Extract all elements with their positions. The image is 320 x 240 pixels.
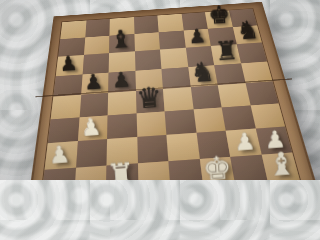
square-g7[interactable] xyxy=(208,27,237,46)
square-b7[interactable] xyxy=(84,35,110,55)
square-c7[interactable]: ♝ xyxy=(109,34,134,54)
square-a4[interactable] xyxy=(51,95,81,119)
black-pawn-b5: ♟ xyxy=(84,71,104,93)
square-e1[interactable] xyxy=(168,159,202,180)
square-h7[interactable]: ♞ xyxy=(232,25,261,44)
board-perspective-wrapper: ♚♝♟♞♟♜♟♟♞♛♟♟♟♟♜♚♝ xyxy=(0,0,320,180)
square-f7[interactable]: ♟ xyxy=(183,29,211,48)
square-g8[interactable]: ♚ xyxy=(205,11,232,29)
square-h2[interactable]: ♟ xyxy=(255,127,292,155)
white-pawn-b3: ♟ xyxy=(81,116,103,140)
white-pawn-h2: ♟ xyxy=(264,128,287,153)
square-e8[interactable] xyxy=(157,14,183,32)
square-f2[interactable] xyxy=(196,131,230,159)
square-g3[interactable] xyxy=(222,105,256,131)
square-b2[interactable] xyxy=(76,139,108,167)
square-e2[interactable] xyxy=(166,133,199,161)
square-d1[interactable] xyxy=(137,161,170,180)
square-c1[interactable]: ♜ xyxy=(106,163,138,180)
square-d4[interactable]: ♛ xyxy=(136,89,165,113)
black-pawn-f7: ♟ xyxy=(188,26,207,47)
square-b3[interactable]: ♟ xyxy=(77,115,107,141)
square-h6[interactable] xyxy=(236,43,267,64)
square-h1[interactable]: ♝ xyxy=(261,152,300,180)
square-a6[interactable]: ♟ xyxy=(56,55,84,76)
square-c3[interactable] xyxy=(107,113,137,139)
square-f3[interactable] xyxy=(193,107,226,133)
square-f1[interactable]: ♚ xyxy=(199,156,235,180)
white-pawn-g2: ♟ xyxy=(233,130,256,155)
square-a3[interactable] xyxy=(48,117,79,143)
square-b1[interactable] xyxy=(74,165,107,180)
square-d3[interactable] xyxy=(136,111,166,137)
black-pawn-a6: ♟ xyxy=(59,54,78,75)
black-pawn-c5: ♟ xyxy=(111,70,131,92)
square-a1[interactable] xyxy=(41,167,75,180)
square-e7[interactable] xyxy=(159,30,186,49)
square-e3[interactable] xyxy=(165,109,196,135)
photo-scene: ♚♝♟♞♟♜♟♟♞♛♟♟♟♟♜♚♝ xyxy=(0,0,320,180)
white-pawn-a2: ♟ xyxy=(48,143,71,168)
square-d7[interactable] xyxy=(134,32,160,51)
chess-board: ♚♝♟♞♟♜♟♟♞♛♟♟♟♟♜♚♝ xyxy=(26,2,319,180)
square-a2[interactable]: ♟ xyxy=(45,141,78,169)
square-f8[interactable] xyxy=(181,12,208,30)
square-e6[interactable] xyxy=(160,48,188,69)
square-h3[interactable] xyxy=(250,103,285,129)
square-e4[interactable] xyxy=(163,87,193,111)
square-a8[interactable] xyxy=(60,20,86,38)
square-d6[interactable] xyxy=(135,50,162,71)
square-d2[interactable] xyxy=(137,135,169,163)
square-c6[interactable] xyxy=(109,51,135,72)
square-b8[interactable] xyxy=(85,19,110,37)
square-b6[interactable] xyxy=(82,53,109,74)
square-h4[interactable] xyxy=(245,81,278,105)
square-a7[interactable] xyxy=(58,37,85,57)
square-c2[interactable] xyxy=(106,137,137,165)
square-f4[interactable] xyxy=(190,85,221,109)
square-b4[interactable] xyxy=(79,93,108,117)
square-f6[interactable] xyxy=(185,46,214,67)
square-d8[interactable] xyxy=(134,15,159,33)
square-c8[interactable] xyxy=(109,17,134,35)
black-king-g8: ♚ xyxy=(207,2,230,28)
square-c4[interactable] xyxy=(108,91,136,115)
square-h8[interactable] xyxy=(229,9,257,27)
